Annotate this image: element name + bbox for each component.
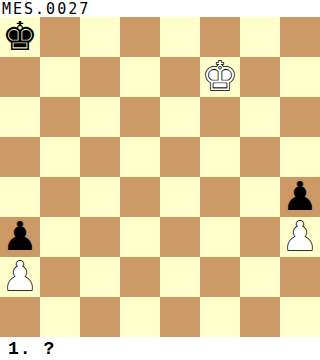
square-d5[interactable]: [120, 137, 160, 177]
square-g7[interactable]: [240, 57, 280, 97]
square-e8[interactable]: [160, 17, 200, 57]
square-h4[interactable]: ♟: [280, 177, 320, 217]
square-h2[interactable]: [280, 257, 320, 297]
square-f7[interactable]: ♚: [200, 57, 240, 97]
square-a4[interactable]: [0, 177, 40, 217]
square-d3[interactable]: [120, 217, 160, 257]
square-d7[interactable]: [120, 57, 160, 97]
square-e7[interactable]: [160, 57, 200, 97]
square-a8[interactable]: ♚: [0, 17, 40, 57]
square-a7[interactable]: [0, 57, 40, 97]
square-b5[interactable]: [40, 137, 80, 177]
square-d4[interactable]: [120, 177, 160, 217]
white-pawn-icon: ♟: [2, 256, 38, 296]
chess-board: ♚♚♟♟♟♟: [0, 17, 320, 337]
square-c1[interactable]: [80, 297, 120, 337]
square-c5[interactable]: [80, 137, 120, 177]
square-b2[interactable]: [40, 257, 80, 297]
square-e1[interactable]: [160, 297, 200, 337]
square-h3[interactable]: ♟: [280, 217, 320, 257]
square-d1[interactable]: [120, 297, 160, 337]
square-e4[interactable]: [160, 177, 200, 217]
square-a1[interactable]: [0, 297, 40, 337]
square-a2[interactable]: ♟: [0, 257, 40, 297]
square-e6[interactable]: [160, 97, 200, 137]
square-h8[interactable]: [280, 17, 320, 57]
square-f2[interactable]: [200, 257, 240, 297]
black-pawn-icon: ♟: [2, 216, 38, 256]
square-d2[interactable]: [120, 257, 160, 297]
square-h1[interactable]: [280, 297, 320, 337]
square-h5[interactable]: [280, 137, 320, 177]
square-c6[interactable]: [80, 97, 120, 137]
square-h6[interactable]: [280, 97, 320, 137]
square-g4[interactable]: [240, 177, 280, 217]
white-pawn-icon: ♟: [282, 216, 318, 256]
square-g6[interactable]: [240, 97, 280, 137]
square-g3[interactable]: [240, 217, 280, 257]
square-c4[interactable]: [80, 177, 120, 217]
status-bar: 1. ?: [0, 337, 320, 360]
square-c8[interactable]: [80, 17, 120, 57]
square-c2[interactable]: [80, 257, 120, 297]
move-prompt: 1. ?: [8, 339, 55, 359]
chess-puzzle-app: MES.0027 ♚♚♟♟♟♟ 1. ?: [0, 0, 320, 360]
square-g8[interactable]: [240, 17, 280, 57]
square-b1[interactable]: [40, 297, 80, 337]
square-b6[interactable]: [40, 97, 80, 137]
title-bar: MES.0027: [0, 0, 320, 17]
square-e3[interactable]: [160, 217, 200, 257]
square-d8[interactable]: [120, 17, 160, 57]
square-a6[interactable]: [0, 97, 40, 137]
square-e2[interactable]: [160, 257, 200, 297]
square-c7[interactable]: [80, 57, 120, 97]
square-g1[interactable]: [240, 297, 280, 337]
square-f8[interactable]: [200, 17, 240, 57]
square-b3[interactable]: [40, 217, 80, 257]
square-b7[interactable]: [40, 57, 80, 97]
white-king-icon: ♚: [202, 56, 238, 96]
square-g5[interactable]: [240, 137, 280, 177]
square-b4[interactable]: [40, 177, 80, 217]
square-d6[interactable]: [120, 97, 160, 137]
square-a3[interactable]: ♟: [0, 217, 40, 257]
square-f5[interactable]: [200, 137, 240, 177]
square-e5[interactable]: [160, 137, 200, 177]
square-h7[interactable]: [280, 57, 320, 97]
square-f4[interactable]: [200, 177, 240, 217]
square-c3[interactable]: [80, 217, 120, 257]
black-king-icon: ♚: [2, 16, 38, 56]
square-a5[interactable]: [0, 137, 40, 177]
square-f6[interactable]: [200, 97, 240, 137]
square-f3[interactable]: [200, 217, 240, 257]
square-b8[interactable]: [40, 17, 80, 57]
square-f1[interactable]: [200, 297, 240, 337]
square-g2[interactable]: [240, 257, 280, 297]
black-pawn-icon: ♟: [282, 176, 318, 216]
